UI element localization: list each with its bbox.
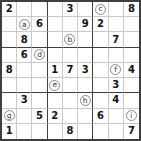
given-digit: 8 xyxy=(6,65,13,75)
given-digit: 7 xyxy=(112,35,119,45)
cell-r6c7[interactable] xyxy=(93,78,108,93)
cell-r8c5[interactable] xyxy=(63,109,78,124)
cell-r6c3[interactable] xyxy=(32,78,47,93)
cell-r7c7[interactable] xyxy=(93,93,108,108)
given-digit: 7 xyxy=(128,126,135,136)
cell-r7c5[interactable] xyxy=(63,93,78,108)
cell-r5c1[interactable]: 8 xyxy=(2,63,17,78)
given-digit: 7 xyxy=(67,65,74,75)
cell-r4c2[interactable]: 6 xyxy=(17,48,32,63)
cell-r8c8[interactable] xyxy=(109,109,124,124)
cell-r4c9[interactable] xyxy=(124,48,139,63)
cell-r6c5[interactable] xyxy=(63,78,78,93)
cell-r2c8[interactable] xyxy=(109,17,124,32)
given-digit: 6 xyxy=(21,50,28,60)
circled-letter-a: a xyxy=(19,19,30,30)
cell-r1c9[interactable]: 8 xyxy=(124,2,139,17)
circled-letter-i: i xyxy=(126,110,137,121)
cell-r9c8[interactable] xyxy=(109,124,124,139)
cell-r3c2[interactable]: 8 xyxy=(17,32,32,47)
cell-r7c6[interactable]: h xyxy=(78,93,93,108)
given-digit: 1 xyxy=(6,126,13,136)
given-digit: 6 xyxy=(97,111,104,121)
cell-r5c7[interactable] xyxy=(93,63,108,78)
cell-r9c7[interactable] xyxy=(93,124,108,139)
cell-r5c8[interactable]: f xyxy=(109,63,124,78)
cell-r8c9[interactable]: i xyxy=(124,109,139,124)
cell-r7c8[interactable]: 4 xyxy=(109,93,124,108)
cell-r5c3[interactable] xyxy=(32,63,47,78)
given-digit: 9 xyxy=(82,19,89,29)
cell-r9c9[interactable]: 7 xyxy=(124,124,139,139)
cell-r2c5[interactable] xyxy=(63,17,78,32)
cell-r3c8[interactable]: 7 xyxy=(109,32,124,47)
cell-r2c2[interactable]: a xyxy=(17,17,32,32)
cell-r2c7[interactable]: 2 xyxy=(93,17,108,32)
cell-r6c8[interactable]: 3 xyxy=(109,78,124,93)
cell-r9c1[interactable]: 1 xyxy=(2,124,17,139)
given-digit: 5 xyxy=(36,111,43,121)
cell-r8c7[interactable]: 6 xyxy=(93,109,108,124)
cell-r4c3[interactable]: d xyxy=(32,48,47,63)
cell-r4c6[interactable] xyxy=(78,48,93,63)
cell-r8c3[interactable]: 5 xyxy=(32,109,47,124)
given-digit: 2 xyxy=(97,19,104,29)
cell-r9c2[interactable] xyxy=(17,124,32,139)
given-digit: 1 xyxy=(51,65,58,75)
cell-r4c8[interactable] xyxy=(109,48,124,63)
cell-r3c6[interactable] xyxy=(78,32,93,47)
cell-r3c1[interactable] xyxy=(2,32,17,47)
cell-r8c4[interactable]: 2 xyxy=(48,109,63,124)
circled-letter-g: g xyxy=(4,110,15,121)
given-digit: 4 xyxy=(128,65,135,75)
given-digit: 8 xyxy=(128,4,135,14)
circled-letter-c: c xyxy=(95,4,106,15)
cell-r7c3[interactable] xyxy=(32,93,47,108)
cell-r1c5[interactable]: 3 xyxy=(63,2,78,17)
cell-r9c5[interactable]: 8 xyxy=(63,124,78,139)
cell-r6c9[interactable] xyxy=(124,78,139,93)
cell-r1c4[interactable] xyxy=(48,2,63,17)
cell-r5c9[interactable]: 4 xyxy=(124,63,139,78)
given-digit: 8 xyxy=(21,35,28,45)
cell-r7c9[interactable] xyxy=(124,93,139,108)
given-digit: 2 xyxy=(6,4,13,14)
cell-r2c9[interactable] xyxy=(124,17,139,32)
cell-r3c3[interactable] xyxy=(32,32,47,47)
cell-r4c4[interactable] xyxy=(48,48,63,63)
given-digit: 3 xyxy=(112,80,119,90)
cell-r7c2[interactable]: 3 xyxy=(17,93,32,108)
cell-r3c4[interactable] xyxy=(48,32,63,47)
circled-letter-h: h xyxy=(80,95,91,106)
cell-r6c2[interactable] xyxy=(17,78,32,93)
cell-r6c6[interactable] xyxy=(78,78,93,93)
circled-letter-b: b xyxy=(64,34,75,45)
cell-r5c4[interactable]: 1 xyxy=(48,63,63,78)
cell-r6c4[interactable]: e xyxy=(48,78,63,93)
cell-r5c6[interactable]: 3 xyxy=(78,63,93,78)
cell-r8c1[interactable]: g xyxy=(2,109,17,124)
cell-r2c3[interactable]: 6 xyxy=(32,17,47,32)
given-digit: 3 xyxy=(82,65,89,75)
cell-r9c4[interactable] xyxy=(48,124,63,139)
cell-r4c7[interactable] xyxy=(93,48,108,63)
cell-r1c2[interactable] xyxy=(17,2,32,17)
circled-letter-d: d xyxy=(34,49,45,60)
cell-r7c1[interactable] xyxy=(2,93,17,108)
cell-r2c1[interactable] xyxy=(2,17,17,32)
cell-r3c9[interactable] xyxy=(124,32,139,47)
given-digit: 8 xyxy=(67,126,74,136)
cell-r1c7[interactable]: c xyxy=(93,2,108,17)
cell-r9c3[interactable] xyxy=(32,124,47,139)
cell-r1c8[interactable] xyxy=(109,2,124,17)
cell-r5c2[interactable] xyxy=(17,63,32,78)
cell-r8c2[interactable] xyxy=(17,109,32,124)
sudoku-board: 23c8a6928b76d8173f4e33h4g526i187 xyxy=(0,0,141,141)
cell-r7c4[interactable] xyxy=(48,93,63,108)
cell-r9c6[interactable] xyxy=(78,124,93,139)
cell-r3c5[interactable]: b xyxy=(63,32,78,47)
circled-letter-e: e xyxy=(49,80,60,91)
given-digit: 4 xyxy=(112,95,119,105)
cell-r5c5[interactable]: 7 xyxy=(63,63,78,78)
cell-r4c5[interactable] xyxy=(63,48,78,63)
cell-r3c7[interactable] xyxy=(93,32,108,47)
cell-r1c3[interactable] xyxy=(32,2,47,17)
cell-r1c1[interactable]: 2 xyxy=(2,2,17,17)
circled-letter-f: f xyxy=(110,64,121,75)
given-digit: 3 xyxy=(21,95,28,105)
cell-r2c4[interactable] xyxy=(48,17,63,32)
cell-r2c6[interactable]: 9 xyxy=(78,17,93,32)
given-digit: 3 xyxy=(67,4,74,14)
cell-r4c1[interactable] xyxy=(2,48,17,63)
cell-r6c1[interactable] xyxy=(2,78,17,93)
cell-r1c6[interactable] xyxy=(78,2,93,17)
given-digit: 2 xyxy=(51,111,58,121)
given-digit: 6 xyxy=(36,19,43,29)
cell-r8c6[interactable] xyxy=(78,109,93,124)
